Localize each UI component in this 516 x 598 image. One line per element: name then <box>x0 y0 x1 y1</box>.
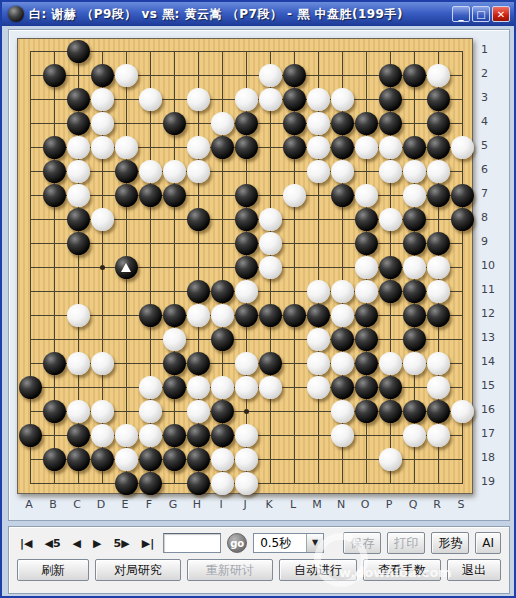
title-bar: 白: 谢赫 （P9段） vs 黑: 黄云嵩 （P7段） - 黑 中盘胜(199手… <box>2 2 514 26</box>
row-label: 18 <box>481 451 501 464</box>
nav-forward-button[interactable]: ▶ <box>90 537 104 550</box>
delay-value: 0.5秒 <box>254 535 306 552</box>
row-label: 11 <box>481 283 501 296</box>
stone-black <box>187 472 210 495</box>
stone-white <box>91 352 114 375</box>
row-label: 13 <box>481 331 501 344</box>
stone-black <box>331 184 354 207</box>
stone-black <box>235 232 258 255</box>
stone-white <box>115 136 138 159</box>
stone-black <box>19 376 42 399</box>
stone-white <box>307 112 330 135</box>
stone-white <box>331 88 354 111</box>
stone-black <box>283 112 306 135</box>
stone-black <box>307 304 330 327</box>
stone-black <box>403 208 426 231</box>
app-window: 白: 谢赫 （P9段） vs 黑: 黄云嵩 （P7段） - 黑 中盘胜(199手… <box>0 0 516 598</box>
row-label: 8 <box>481 211 501 224</box>
column-label: G <box>166 498 180 511</box>
stone-white <box>163 160 186 183</box>
stone-white <box>331 400 354 423</box>
stone-black <box>379 376 402 399</box>
stone-white <box>235 424 258 447</box>
column-label: P <box>382 498 396 511</box>
stone-black <box>355 232 378 255</box>
stone-white <box>91 88 114 111</box>
stone-white <box>211 472 234 495</box>
nav-back5-button[interactable]: ◀5 <box>41 537 63 550</box>
stone-white <box>403 424 426 447</box>
stone-white <box>139 160 162 183</box>
stone-black <box>379 112 402 135</box>
column-label: Q <box>406 498 420 511</box>
board-panel: ABCDEFGHIJKLMNOPQRS 12345678910111213141… <box>8 29 510 521</box>
stone-white <box>331 160 354 183</box>
column-label: M <box>310 498 324 511</box>
stone-black <box>211 424 234 447</box>
stone-black <box>451 184 474 207</box>
stone-black <box>43 400 66 423</box>
column-label: L <box>286 498 300 511</box>
stone-black <box>403 136 426 159</box>
stone-white <box>379 160 402 183</box>
stone-white <box>307 88 330 111</box>
delay-dropdown[interactable]: 0.5秒 ▼ <box>253 533 324 553</box>
stone-black <box>427 304 450 327</box>
stone-black <box>235 208 258 231</box>
row-label: 7 <box>481 187 501 200</box>
stone-white <box>115 424 138 447</box>
stone-white <box>67 136 90 159</box>
stone-black <box>67 424 90 447</box>
stone-black <box>67 40 90 63</box>
go-button[interactable]: go <box>227 533 247 553</box>
stone-black <box>259 352 282 375</box>
stone-black <box>427 184 450 207</box>
app-icon <box>8 6 24 22</box>
row-label: 1 <box>481 43 501 56</box>
stone-black <box>355 208 378 231</box>
stone-white <box>187 160 210 183</box>
stone-black <box>163 424 186 447</box>
stone-black <box>427 88 450 111</box>
stone-black <box>283 304 306 327</box>
stone-black <box>163 112 186 135</box>
stone-black <box>331 328 354 351</box>
stone-white <box>115 64 138 87</box>
stone-white <box>187 88 210 111</box>
stone-black <box>187 208 210 231</box>
stone-black <box>19 424 42 447</box>
stone-white <box>307 160 330 183</box>
stone-white <box>67 304 90 327</box>
column-label: N <box>334 498 348 511</box>
stone-white <box>307 328 330 351</box>
stone-white <box>403 256 426 279</box>
star-point <box>100 265 105 270</box>
stone-black <box>43 448 66 471</box>
stone-white <box>403 184 426 207</box>
stone-black <box>379 64 402 87</box>
stone-white <box>331 352 354 375</box>
stone-black <box>139 472 162 495</box>
stone-black <box>355 352 378 375</box>
stone-white <box>427 352 450 375</box>
column-label: F <box>142 498 156 511</box>
stone-black <box>427 136 450 159</box>
stone-white <box>451 136 474 159</box>
row-label: 14 <box>481 355 501 368</box>
stone-white <box>259 64 282 87</box>
stone-white <box>331 424 354 447</box>
stone-black <box>187 352 210 375</box>
stone-black <box>451 208 474 231</box>
stone-black <box>91 64 114 87</box>
stone-white <box>427 160 450 183</box>
row-label: 12 <box>481 307 501 320</box>
stone-black <box>283 136 306 159</box>
column-label: B <box>46 498 60 511</box>
stone-white <box>259 232 282 255</box>
column-label: K <box>262 498 276 511</box>
stone-black <box>211 136 234 159</box>
stone-white <box>307 376 330 399</box>
stone-white <box>235 448 258 471</box>
view-moves-button[interactable]: 查看手数 <box>363 559 441 581</box>
stone-black <box>331 136 354 159</box>
row-label: 16 <box>481 403 501 416</box>
row-label: 3 <box>481 91 501 104</box>
row-label: 10 <box>481 259 501 272</box>
stone-white <box>139 376 162 399</box>
row-label: 5 <box>481 139 501 152</box>
stone-black <box>43 352 66 375</box>
stone-white <box>235 280 258 303</box>
stone-black <box>403 328 426 351</box>
game-study-button[interactable]: 对局研究 <box>95 559 181 581</box>
column-label: C <box>70 498 84 511</box>
stone-white <box>91 136 114 159</box>
stone-black <box>91 448 114 471</box>
stone-white <box>211 112 234 135</box>
nav-back-button[interactable]: ◀ <box>70 537 84 550</box>
stone-white <box>211 376 234 399</box>
stone-black <box>67 232 90 255</box>
stone-white <box>355 136 378 159</box>
stone-white <box>211 448 234 471</box>
row-label: 9 <box>481 235 501 248</box>
column-label: A <box>22 498 36 511</box>
refresh-button[interactable]: 刷新 <box>17 559 89 581</box>
stone-black <box>139 184 162 207</box>
stone-white <box>355 280 378 303</box>
stone-white <box>235 88 258 111</box>
stone-white <box>379 448 402 471</box>
stone-last-move <box>115 256 138 279</box>
stone-black <box>115 160 138 183</box>
ai-button[interactable]: AI <box>475 532 501 554</box>
column-label: H <box>190 498 204 511</box>
stone-white <box>427 64 450 87</box>
stone-black <box>283 64 306 87</box>
shape-analysis-button[interactable]: 形势 <box>431 532 469 554</box>
go-board[interactable] <box>17 38 473 494</box>
stone-black <box>403 64 426 87</box>
stone-black <box>187 448 210 471</box>
stone-black <box>331 112 354 135</box>
stone-white <box>139 88 162 111</box>
nav-last-button[interactable]: ▶| <box>139 537 157 550</box>
stone-white <box>235 376 258 399</box>
chevron-down-icon[interactable]: ▼ <box>306 534 323 552</box>
stone-white <box>115 448 138 471</box>
stone-white <box>163 328 186 351</box>
stone-black <box>403 400 426 423</box>
stone-black <box>403 280 426 303</box>
stone-black <box>283 88 306 111</box>
stone-white <box>259 376 282 399</box>
stone-black <box>43 184 66 207</box>
nav-forward5-button[interactable]: 5▶ <box>111 537 133 550</box>
column-label: O <box>358 498 372 511</box>
stone-black <box>235 304 258 327</box>
stone-white <box>259 88 282 111</box>
control-panel: |◀ ◀5 ◀ ▶ 5▶ ▶| go 0.5秒 ▼ 保存 打印 形势 AI 刷新… <box>8 526 510 594</box>
stone-white <box>427 280 450 303</box>
stone-white <box>187 400 210 423</box>
stone-white <box>427 424 450 447</box>
save-button[interactable]: 保存 <box>343 532 381 554</box>
stone-white <box>187 304 210 327</box>
stone-white <box>403 352 426 375</box>
rediscuss-button[interactable]: 重新研讨 <box>187 559 273 581</box>
stone-white <box>139 424 162 447</box>
stone-white <box>379 136 402 159</box>
stone-white <box>91 424 114 447</box>
stone-black <box>115 472 138 495</box>
stone-black <box>331 376 354 399</box>
stone-white <box>235 352 258 375</box>
stone-white <box>211 304 234 327</box>
row-label: 6 <box>481 163 501 176</box>
column-label: R <box>430 498 444 511</box>
last-move-triangle-icon <box>121 263 131 272</box>
stone-white <box>91 112 114 135</box>
stone-black <box>355 112 378 135</box>
row-label: 17 <box>481 427 501 440</box>
stone-black <box>355 376 378 399</box>
stone-black <box>163 352 186 375</box>
stone-white <box>283 184 306 207</box>
stone-white <box>67 352 90 375</box>
stone-black <box>235 112 258 135</box>
row-label: 15 <box>481 379 501 392</box>
stone-black <box>403 232 426 255</box>
stone-black <box>427 112 450 135</box>
stone-white <box>355 256 378 279</box>
stone-black <box>211 400 234 423</box>
stone-black <box>379 88 402 111</box>
stone-white <box>451 400 474 423</box>
stone-black <box>43 160 66 183</box>
stone-black <box>67 448 90 471</box>
stone-black <box>211 280 234 303</box>
stone-white <box>331 280 354 303</box>
stone-black <box>355 304 378 327</box>
stone-white <box>427 376 450 399</box>
stone-black <box>67 112 90 135</box>
stone-black <box>163 448 186 471</box>
stone-white <box>67 400 90 423</box>
stone-white <box>67 160 90 183</box>
stone-white <box>91 208 114 231</box>
stone-black <box>67 208 90 231</box>
column-label: I <box>214 498 228 511</box>
exit-button[interactable]: 退出 <box>447 559 501 581</box>
stone-white <box>235 472 258 495</box>
column-label: E <box>118 498 132 511</box>
stone-black <box>187 280 210 303</box>
column-label: S <box>454 498 468 511</box>
stone-white <box>91 400 114 423</box>
stone-white <box>403 160 426 183</box>
maximize-button[interactable]: □ <box>472 6 490 22</box>
stone-white <box>259 256 282 279</box>
close-button[interactable]: ✕ <box>492 6 510 22</box>
print-button[interactable]: 打印 <box>387 532 425 554</box>
stone-white <box>187 376 210 399</box>
stone-black <box>139 304 162 327</box>
stone-white <box>331 304 354 327</box>
row-label: 4 <box>481 115 501 128</box>
window-title: 白: 谢赫 （P9段） vs 黑: 黄云嵩 （P7段） - 黑 中盘胜(199手… <box>29 6 452 23</box>
stone-black <box>427 232 450 255</box>
stone-black <box>379 280 402 303</box>
stone-white <box>307 280 330 303</box>
stone-white <box>379 208 402 231</box>
auto-play-button[interactable]: 自动进行 <box>279 559 357 581</box>
stone-white <box>259 208 282 231</box>
stone-white <box>307 136 330 159</box>
stone-black <box>379 256 402 279</box>
stone-black <box>259 304 282 327</box>
move-number-input[interactable] <box>163 533 221 553</box>
stone-white <box>139 400 162 423</box>
column-label: J <box>238 498 252 511</box>
stone-black <box>163 184 186 207</box>
stone-black <box>187 424 210 447</box>
stone-white <box>307 352 330 375</box>
stone-black <box>427 400 450 423</box>
stone-black <box>211 328 234 351</box>
stone-black <box>235 136 258 159</box>
row-label: 19 <box>481 475 501 488</box>
stone-black <box>115 184 138 207</box>
stone-black <box>235 256 258 279</box>
stone-black <box>355 328 378 351</box>
row-label: 2 <box>481 67 501 80</box>
nav-first-button[interactable]: |◀ <box>17 537 35 550</box>
stone-black <box>43 136 66 159</box>
stone-white <box>355 184 378 207</box>
stone-black <box>235 184 258 207</box>
star-point <box>244 409 249 414</box>
column-label: D <box>94 498 108 511</box>
stone-white <box>427 256 450 279</box>
stone-black <box>163 304 186 327</box>
minimize-button[interactable]: _ <box>452 6 470 22</box>
stone-white <box>67 184 90 207</box>
stone-black <box>139 448 162 471</box>
stone-white <box>187 136 210 159</box>
stone-black <box>379 400 402 423</box>
stone-black <box>355 400 378 423</box>
stone-white <box>379 352 402 375</box>
stone-black <box>163 376 186 399</box>
stone-black <box>403 304 426 327</box>
stone-black <box>67 88 90 111</box>
stone-black <box>43 64 66 87</box>
